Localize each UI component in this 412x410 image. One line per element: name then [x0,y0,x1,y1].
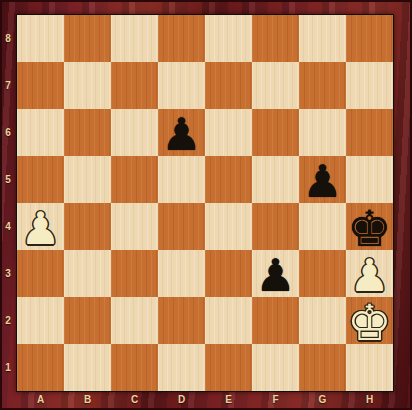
square-h4[interactable]: ♚ [346,203,393,250]
square-b1[interactable] [64,344,111,391]
rank-label-3: 3 [0,250,16,297]
square-h5[interactable] [346,156,393,203]
square-a6[interactable] [17,109,64,156]
square-e6[interactable] [205,109,252,156]
square-b2[interactable] [64,297,111,344]
rank-label-8: 8 [0,15,16,62]
square-c5[interactable] [111,156,158,203]
square-a2[interactable] [17,297,64,344]
square-d8[interactable] [158,15,205,62]
piece-white-pawn[interactable]: ♟ [20,206,60,251]
square-c6[interactable] [111,109,158,156]
piece-black-pawn[interactable]: ♟ [302,159,342,204]
square-b3[interactable] [64,250,111,297]
file-label-e: E [205,391,252,410]
square-d5[interactable] [158,156,205,203]
square-e3[interactable] [205,250,252,297]
square-g2[interactable] [299,297,346,344]
file-label-f: F [252,391,299,410]
file-label-h: H [346,391,393,410]
piece-black-pawn[interactable]: ♟ [161,112,201,157]
square-f7[interactable] [252,62,299,109]
square-h8[interactable] [346,15,393,62]
file-label-g: G [299,391,346,410]
square-d7[interactable] [158,62,205,109]
square-h1[interactable] [346,344,393,391]
square-a8[interactable] [17,15,64,62]
square-a7[interactable] [17,62,64,109]
square-a1[interactable] [17,344,64,391]
square-f6[interactable] [252,109,299,156]
square-a3[interactable] [17,250,64,297]
rank-label-7: 7 [0,62,16,109]
square-b7[interactable] [64,62,111,109]
square-d6[interactable]: ♟ [158,109,205,156]
square-g4[interactable] [299,203,346,250]
square-d3[interactable] [158,250,205,297]
square-b6[interactable] [64,109,111,156]
square-f3[interactable]: ♟ [252,250,299,297]
rank-labels: 87654321 [0,15,16,391]
file-label-d: D [158,391,205,410]
rank-label-2: 2 [0,297,16,344]
square-e4[interactable] [205,203,252,250]
square-d2[interactable] [158,297,205,344]
square-c1[interactable] [111,344,158,391]
square-f1[interactable] [252,344,299,391]
square-g1[interactable] [299,344,346,391]
square-b5[interactable] [64,156,111,203]
square-h2[interactable]: ♚ [346,297,393,344]
square-f2[interactable] [252,297,299,344]
square-f4[interactable] [252,203,299,250]
file-label-c: C [111,391,158,410]
file-label-a: A [17,391,64,410]
rank-label-4: 4 [0,203,16,250]
square-b4[interactable] [64,203,111,250]
square-f8[interactable] [252,15,299,62]
rank-label-6: 6 [0,109,16,156]
square-d4[interactable] [158,203,205,250]
square-e5[interactable] [205,156,252,203]
rank-label-1: 1 [0,344,16,391]
square-g8[interactable] [299,15,346,62]
chess-board: ♟♟♟♚♟♟♚ [16,14,394,392]
rank-label-5: 5 [0,156,16,203]
square-e2[interactable] [205,297,252,344]
square-c7[interactable] [111,62,158,109]
square-h7[interactable] [346,62,393,109]
square-c8[interactable] [111,15,158,62]
square-c3[interactable] [111,250,158,297]
square-e8[interactable] [205,15,252,62]
chess-app-window: 87654321 ♟♟♟♚♟♟♚ ABCDEFGH [0,0,412,410]
square-e7[interactable] [205,62,252,109]
square-f5[interactable] [252,156,299,203]
square-g5[interactable]: ♟ [299,156,346,203]
square-c4[interactable] [111,203,158,250]
square-c2[interactable] [111,297,158,344]
square-d1[interactable] [158,344,205,391]
square-g3[interactable] [299,250,346,297]
file-label-b: B [64,391,111,410]
square-b8[interactable] [64,15,111,62]
square-h3[interactable]: ♟ [346,250,393,297]
piece-black-king[interactable]: ♚ [347,204,392,254]
piece-black-pawn[interactable]: ♟ [255,253,295,298]
square-a5[interactable] [17,156,64,203]
square-e1[interactable] [205,344,252,391]
file-labels: ABCDEFGH [17,391,393,410]
square-g6[interactable] [299,109,346,156]
piece-white-king[interactable]: ♚ [347,298,392,348]
piece-white-pawn[interactable]: ♟ [349,253,389,298]
square-g7[interactable] [299,62,346,109]
square-a4[interactable]: ♟ [17,203,64,250]
square-h6[interactable] [346,109,393,156]
